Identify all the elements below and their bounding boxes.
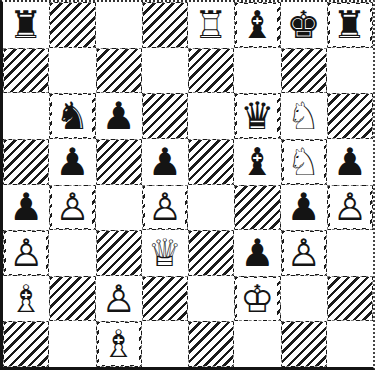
square-e4[interactable] [188, 185, 234, 231]
square-e2[interactable] [188, 276, 234, 322]
square-a1[interactable] [3, 321, 49, 367]
square-d4[interactable]: ♙ [142, 185, 188, 231]
square-c7[interactable] [96, 48, 142, 94]
square-g8[interactable]: ♚ [281, 2, 327, 48]
square-d8[interactable] [142, 2, 188, 48]
square-f6[interactable]: ♛ [234, 93, 280, 139]
piece-white-queen: ♕ [145, 232, 185, 274]
square-b7[interactable] [49, 48, 95, 94]
square-h1[interactable] [327, 321, 373, 367]
piece-black-king: ♚ [284, 4, 324, 46]
square-c6[interactable]: ♟ [96, 93, 142, 139]
piece-black-bishop: ♝ [237, 141, 277, 183]
square-d1[interactable] [142, 321, 188, 367]
square-c5[interactable] [96, 139, 142, 185]
square-d3[interactable]: ♕ [142, 230, 188, 276]
square-b6[interactable]: ♞ [49, 93, 95, 139]
square-f4[interactable] [234, 185, 280, 231]
piece-white-pawn: ♙ [52, 186, 92, 228]
square-a3[interactable]: ♙ [3, 230, 49, 276]
square-d7[interactable] [142, 48, 188, 94]
piece-white-pawn: ♙ [99, 278, 139, 320]
square-h6[interactable] [327, 93, 373, 139]
square-g3[interactable]: ♙ [281, 230, 327, 276]
square-h8[interactable]: ♜ [327, 2, 373, 48]
square-h7[interactable] [327, 48, 373, 94]
square-b5[interactable]: ♟ [49, 139, 95, 185]
square-d5[interactable]: ♟ [142, 139, 188, 185]
square-b8[interactable] [49, 2, 95, 48]
piece-white-pawn: ♙ [145, 186, 185, 228]
square-g5[interactable]: ♘ [281, 139, 327, 185]
piece-white-bishop: ♗ [6, 278, 46, 320]
piece-white-knight: ♘ [284, 141, 324, 183]
piece-black-rook: ♜ [330, 4, 370, 46]
square-h4[interactable]: ♙ [327, 185, 373, 231]
square-f2[interactable]: ♔ [234, 276, 280, 322]
square-c1[interactable]: ♗ [96, 321, 142, 367]
square-c3[interactable] [96, 230, 142, 276]
square-c4[interactable] [96, 185, 142, 231]
square-g1[interactable] [281, 321, 327, 367]
piece-black-pawn: ♟ [99, 95, 139, 137]
piece-black-pawn: ♟ [330, 141, 370, 183]
square-a2[interactable]: ♗ [3, 276, 49, 322]
square-a5[interactable] [3, 139, 49, 185]
square-a8[interactable]: ♜ [3, 2, 49, 48]
square-h5[interactable]: ♟ [327, 139, 373, 185]
square-b1[interactable] [49, 321, 95, 367]
square-g7[interactable] [281, 48, 327, 94]
square-f5[interactable]: ♝ [234, 139, 280, 185]
chess-board: ♜♖♝♚♜♞♟♛♘♟♟♝♘♟♟♙♙♟♙♙♕♟♙♗♙♔♗ [0, 0, 375, 370]
square-e7[interactable] [188, 48, 234, 94]
piece-black-knight: ♞ [52, 95, 92, 137]
piece-black-queen: ♛ [237, 95, 277, 137]
square-d2[interactable] [142, 276, 188, 322]
square-g6[interactable]: ♘ [281, 93, 327, 139]
piece-black-pawn: ♟ [284, 186, 324, 228]
piece-white-king: ♔ [237, 278, 277, 320]
square-e5[interactable] [188, 139, 234, 185]
square-b3[interactable] [49, 230, 95, 276]
square-b4[interactable]: ♙ [49, 185, 95, 231]
piece-black-rook: ♜ [6, 4, 46, 46]
square-d6[interactable] [142, 93, 188, 139]
piece-black-pawn: ♟ [237, 232, 277, 274]
square-a4[interactable]: ♟ [3, 185, 49, 231]
square-f1[interactable] [234, 321, 280, 367]
square-c8[interactable] [96, 2, 142, 48]
square-f7[interactable] [234, 48, 280, 94]
piece-white-rook: ♖ [191, 4, 231, 46]
piece-white-bishop: ♗ [99, 323, 139, 365]
piece-white-pawn: ♙ [330, 186, 370, 228]
square-h2[interactable] [327, 276, 373, 322]
square-e1[interactable] [188, 321, 234, 367]
square-e6[interactable] [188, 93, 234, 139]
piece-black-pawn: ♟ [52, 141, 92, 183]
piece-white-pawn: ♙ [6, 232, 46, 274]
square-g4[interactable]: ♟ [281, 185, 327, 231]
piece-white-knight: ♘ [284, 95, 324, 137]
square-a7[interactable] [3, 48, 49, 94]
square-f8[interactable]: ♝ [234, 2, 280, 48]
piece-black-bishop: ♝ [237, 4, 277, 46]
square-b2[interactable] [49, 276, 95, 322]
square-f3[interactable]: ♟ [234, 230, 280, 276]
piece-black-pawn: ♟ [6, 186, 46, 228]
piece-black-pawn: ♟ [145, 141, 185, 183]
piece-white-pawn: ♙ [284, 232, 324, 274]
square-a6[interactable] [3, 93, 49, 139]
square-g2[interactable] [281, 276, 327, 322]
square-e8[interactable]: ♖ [188, 2, 234, 48]
square-c2[interactable]: ♙ [96, 276, 142, 322]
square-e3[interactable] [188, 230, 234, 276]
square-h3[interactable] [327, 230, 373, 276]
